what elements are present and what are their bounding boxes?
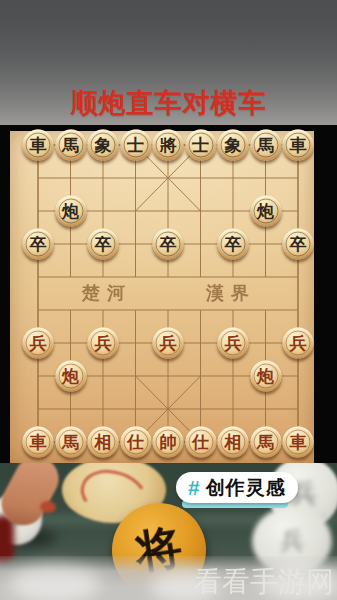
piece-black-卒-r3c6[interactable]: 卒 xyxy=(218,229,249,260)
piece-red-馬-r9c1[interactable]: 馬 xyxy=(55,427,86,458)
piece-black-馬-r0c1[interactable]: 馬 xyxy=(55,130,86,161)
xiangqi-board[interactable]: 楚河 漢界 車馬象士將士象馬車炮炮卒卒卒卒卒兵兵兵兵兵炮炮車馬相仕帥仕相馬車 xyxy=(10,131,314,463)
piece-black-卒-r3c4[interactable]: 卒 xyxy=(153,229,184,260)
hashtag-icon: # xyxy=(188,476,200,500)
piece-character: 卒 xyxy=(30,236,47,253)
piece-character: 兵 xyxy=(225,335,242,352)
badge-label: 创作灵感 xyxy=(206,475,286,501)
piece-black-卒-r3c8[interactable]: 卒 xyxy=(283,229,314,260)
piece-character: 象 xyxy=(225,137,242,154)
piece-character: 炮 xyxy=(257,203,274,220)
piece-character: 馬 xyxy=(62,434,79,451)
piece-character: 馬 xyxy=(62,137,79,154)
piece-character: 帥 xyxy=(160,434,177,451)
piece-black-將-r0c4[interactable]: 將 xyxy=(153,130,184,161)
piece-red-馬-r9c7[interactable]: 馬 xyxy=(250,427,281,458)
river-label-left: 楚河 xyxy=(82,281,132,305)
finger-nail xyxy=(40,501,56,513)
piece-red-兵-r6c2[interactable]: 兵 xyxy=(88,328,119,359)
piece-red-相-r9c2[interactable]: 相 xyxy=(88,427,119,458)
board-frame: 楚河 漢界 車馬象士將士象馬車炮炮卒卒卒卒卒兵兵兵兵兵炮炮車馬相仕帥仕相馬車 xyxy=(0,125,337,463)
piece-red-兵-r6c6[interactable]: 兵 xyxy=(218,328,249,359)
piece-character: 炮 xyxy=(257,368,274,385)
piece-black-車-r0c8[interactable]: 車 xyxy=(283,130,314,161)
piece-character: 仕 xyxy=(127,434,144,451)
blur-blob xyxy=(10,564,100,600)
piece-black-炮-r2c1[interactable]: 炮 xyxy=(55,196,86,227)
piece-character: 卒 xyxy=(290,236,307,253)
piece-black-卒-r3c2[interactable]: 卒 xyxy=(88,229,119,260)
piece-character: 馬 xyxy=(257,137,274,154)
piece-black-士-r0c5[interactable]: 士 xyxy=(185,130,216,161)
river-label-right: 漢界 xyxy=(206,281,256,305)
piece-red-炮-r7c1[interactable]: 炮 xyxy=(55,361,86,392)
piece-character: 車 xyxy=(30,137,47,154)
blurred-char: 兵 xyxy=(280,525,304,557)
piece-character: 兵 xyxy=(160,335,177,352)
piece-character: 相 xyxy=(225,434,242,451)
piece-black-車-r0c0[interactable]: 車 xyxy=(23,130,54,161)
piece-red-兵-r6c4[interactable]: 兵 xyxy=(153,328,184,359)
site-watermark: 看看手游网 xyxy=(194,563,334,600)
piece-character: 將 xyxy=(160,137,177,154)
piece-character: 相 xyxy=(95,434,112,451)
piece-character: 士 xyxy=(192,137,209,154)
piece-black-士-r0c3[interactable]: 士 xyxy=(120,130,151,161)
piece-red-兵-r6c8[interactable]: 兵 xyxy=(283,328,314,359)
piece-red-炮-r7c7[interactable]: 炮 xyxy=(250,361,281,392)
piece-character: 士 xyxy=(127,137,144,154)
piece-character: 卒 xyxy=(225,236,242,253)
piece-red-車-r9c8[interactable]: 車 xyxy=(283,427,314,458)
piece-character: 兵 xyxy=(30,335,47,352)
piece-character: 炮 xyxy=(62,203,79,220)
page-title: 顺炮直车对横车 xyxy=(0,85,337,121)
piece-red-仕-r9c5[interactable]: 仕 xyxy=(185,427,216,458)
piece-black-象-r0c6[interactable]: 象 xyxy=(218,130,249,161)
piece-character: 馬 xyxy=(257,434,274,451)
piece-black-馬-r0c7[interactable]: 馬 xyxy=(250,130,281,161)
piece-character: 車 xyxy=(30,434,47,451)
piece-red-帥-r9c4[interactable]: 帥 xyxy=(153,427,184,458)
board-grid-lines xyxy=(10,131,314,463)
piece-red-相-r9c6[interactable]: 相 xyxy=(218,427,249,458)
piece-character: 炮 xyxy=(62,368,79,385)
piece-character: 兵 xyxy=(95,335,112,352)
piece-black-象-r0c2[interactable]: 象 xyxy=(88,130,119,161)
piece-black-炮-r2c7[interactable]: 炮 xyxy=(250,196,281,227)
piece-character: 卒 xyxy=(95,236,112,253)
piece-character: 仕 xyxy=(192,434,209,451)
screenshot-root: 顺炮直车对横车 楚河 漢界 車馬象士將士象馬車炮炮卒卒卒卒卒兵兵兵兵兵炮炮車馬相… xyxy=(0,0,337,600)
piece-character: 車 xyxy=(290,434,307,451)
piece-character: 象 xyxy=(95,137,112,154)
header-area: 顺炮直车对横车 xyxy=(0,0,337,128)
piece-red-仕-r9c3[interactable]: 仕 xyxy=(120,427,151,458)
photo-strip: ✳ 将 兵 兵 # 创作灵感 看看手游网 xyxy=(0,463,337,600)
hashtag-badge[interactable]: # 创作灵感 xyxy=(176,472,298,503)
piece-red-兵-r6c0[interactable]: 兵 xyxy=(23,328,54,359)
piece-character: 車 xyxy=(290,137,307,154)
piece-red-車-r9c0[interactable]: 車 xyxy=(23,427,54,458)
piece-character: 卒 xyxy=(160,236,177,253)
piece-character: 兵 xyxy=(290,335,307,352)
piece-black-卒-r3c0[interactable]: 卒 xyxy=(23,229,54,260)
